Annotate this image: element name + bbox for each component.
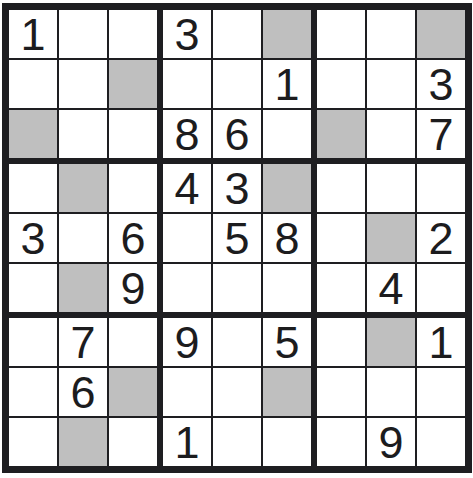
cell-r8c6[interactable] bbox=[263, 368, 311, 416]
cell-r4c4: 4 bbox=[163, 164, 211, 212]
cell-r7c4: 9 bbox=[163, 318, 211, 366]
cell-r2c9: 3 bbox=[417, 60, 465, 108]
cell-r9c4: 1 bbox=[163, 418, 211, 466]
cell-r3c7[interactable] bbox=[317, 110, 365, 158]
cell-r5c5: 5 bbox=[213, 214, 261, 262]
cell-r2c1[interactable] bbox=[9, 60, 57, 108]
cell-r8c7[interactable] bbox=[317, 368, 365, 416]
cell-r8c9[interactable] bbox=[417, 368, 465, 416]
cell-r2c8[interactable] bbox=[367, 60, 415, 108]
cell-r3c2[interactable] bbox=[59, 110, 107, 158]
cell-r1c4: 3 bbox=[163, 10, 211, 58]
cell-r5c1: 3 bbox=[9, 214, 57, 262]
cell-r7c3[interactable] bbox=[109, 318, 157, 366]
cell-r4c2[interactable] bbox=[59, 164, 107, 212]
cell-r7c5[interactable] bbox=[213, 318, 261, 366]
cell-r6c1[interactable] bbox=[9, 264, 57, 312]
cell-r4c7[interactable] bbox=[317, 164, 365, 212]
cell-r5c7[interactable] bbox=[317, 214, 365, 262]
cell-r6c4[interactable] bbox=[163, 264, 211, 312]
cell-r1c7[interactable] bbox=[317, 10, 365, 58]
cell-r2c2[interactable] bbox=[59, 60, 107, 108]
cell-r2c7[interactable] bbox=[317, 60, 365, 108]
cell-r9c6[interactable] bbox=[263, 418, 311, 466]
cell-r8c3[interactable] bbox=[109, 368, 157, 416]
cell-r3c5: 6 bbox=[213, 110, 261, 158]
cell-r8c1[interactable] bbox=[9, 368, 57, 416]
cell-r7c7[interactable] bbox=[317, 318, 365, 366]
cell-r8c4[interactable] bbox=[163, 368, 211, 416]
cell-r9c9[interactable] bbox=[417, 418, 465, 466]
cell-r5c3: 6 bbox=[109, 214, 157, 262]
cell-r3c1[interactable] bbox=[9, 110, 57, 158]
cell-r7c9: 1 bbox=[417, 318, 465, 366]
cell-r1c8[interactable] bbox=[367, 10, 415, 58]
cell-r7c6: 5 bbox=[263, 318, 311, 366]
cell-r6c7[interactable] bbox=[317, 264, 365, 312]
cell-r6c9[interactable] bbox=[417, 264, 465, 312]
cell-r1c3[interactable] bbox=[109, 10, 157, 58]
sudoku-board: 13138674336582947951619 bbox=[2, 3, 472, 473]
cell-r8c8[interactable] bbox=[367, 368, 415, 416]
cell-r3c4: 8 bbox=[163, 110, 211, 158]
cell-r6c3: 9 bbox=[109, 264, 157, 312]
cell-r9c5[interactable] bbox=[213, 418, 261, 466]
cell-r5c4[interactable] bbox=[163, 214, 211, 262]
cell-r8c2: 6 bbox=[59, 368, 107, 416]
cell-r4c1[interactable] bbox=[9, 164, 57, 212]
cell-r5c6: 8 bbox=[263, 214, 311, 262]
cell-r7c1[interactable] bbox=[9, 318, 57, 366]
cell-r6c2[interactable] bbox=[59, 264, 107, 312]
cell-r1c5[interactable] bbox=[213, 10, 261, 58]
cell-r4c6[interactable] bbox=[263, 164, 311, 212]
cell-r6c8: 4 bbox=[367, 264, 415, 312]
cell-r3c9: 7 bbox=[417, 110, 465, 158]
cell-r5c8[interactable] bbox=[367, 214, 415, 262]
cell-r6c5[interactable] bbox=[213, 264, 261, 312]
cell-r2c3[interactable] bbox=[109, 60, 157, 108]
cell-r1c6[interactable] bbox=[263, 10, 311, 58]
cell-r3c8[interactable] bbox=[367, 110, 415, 158]
cell-r2c5[interactable] bbox=[213, 60, 261, 108]
cell-r2c4[interactable] bbox=[163, 60, 211, 108]
cell-r4c9[interactable] bbox=[417, 164, 465, 212]
cell-r7c2: 7 bbox=[59, 318, 107, 366]
cell-r4c8[interactable] bbox=[367, 164, 415, 212]
cell-r5c2[interactable] bbox=[59, 214, 107, 262]
cell-r9c8: 9 bbox=[367, 418, 415, 466]
cell-r1c1: 1 bbox=[9, 10, 57, 58]
cell-r4c3[interactable] bbox=[109, 164, 157, 212]
cell-r2c6: 1 bbox=[263, 60, 311, 108]
cell-r9c3[interactable] bbox=[109, 418, 157, 466]
cell-r9c1[interactable] bbox=[9, 418, 57, 466]
cell-r4c5: 3 bbox=[213, 164, 261, 212]
cell-r9c2[interactable] bbox=[59, 418, 107, 466]
cell-r8c5[interactable] bbox=[213, 368, 261, 416]
cell-r3c6[interactable] bbox=[263, 110, 311, 158]
cell-r6c6[interactable] bbox=[263, 264, 311, 312]
cell-r3c3[interactable] bbox=[109, 110, 157, 158]
cell-r7c8[interactable] bbox=[367, 318, 415, 366]
cell-r1c9[interactable] bbox=[417, 10, 465, 58]
cell-r5c9: 2 bbox=[417, 214, 465, 262]
cell-r9c7[interactable] bbox=[317, 418, 365, 466]
cell-r1c2[interactable] bbox=[59, 10, 107, 58]
